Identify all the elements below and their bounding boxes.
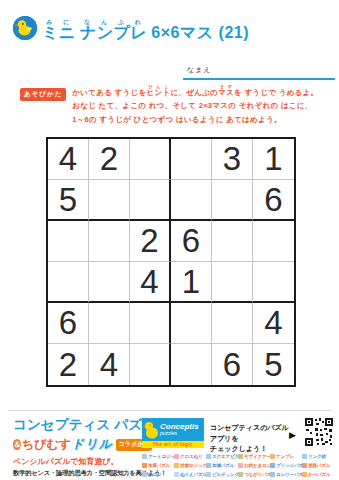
grid-cell-r3c4-given: 6: [171, 221, 212, 262]
name-field[interactable]: なまえ: [183, 58, 335, 80]
puzzle-type-item: クロスぬり: [174, 452, 206, 461]
howto-badge: あそびかた: [20, 88, 66, 101]
puzzle-type-label: スクエアピクト: [212, 454, 238, 459]
grid-cell-r4c4-given: 1: [171, 262, 212, 303]
puzzle-type-swatch: [302, 454, 307, 459]
grid-cell-r1c4-empty[interactable]: [171, 139, 212, 180]
chibimusu-bird-icon: [13, 16, 37, 40]
grid-cell-r5c4-empty[interactable]: [171, 303, 212, 344]
puzzle-type-item: かべパズル: [302, 470, 334, 479]
puzzle-type-item: ブリッジパズル: [270, 461, 302, 470]
puzzle-type-label: 加減パズル: [212, 463, 234, 468]
puzzle-type-swatch: [270, 463, 275, 468]
puzzle-type-swatch: [206, 463, 211, 468]
puzzle-type-swatch: [270, 472, 275, 477]
brand-conceptis-puzzle: コンセプティス パズル: [13, 416, 141, 434]
puzzle-type-swatch: [238, 454, 243, 459]
puzzle-type-item: スクエアピクト: [206, 452, 238, 461]
puzzle-type-swatch: [206, 472, 211, 477]
puzzle-type-label: ぬりえパズル: [180, 472, 206, 477]
name-label: なまえ: [183, 66, 212, 73]
grid-cell-r5c1-given: 6: [48, 303, 89, 344]
title-mini-furigana: みに: [42, 19, 76, 25]
puzzle-type-label: 迷路パズル: [308, 463, 330, 468]
grid-cell-r1c3-empty[interactable]: [130, 139, 171, 180]
arrow-right-icon: ▶: [289, 430, 296, 440]
app-promo-line1: コンセプティスのパズルアプリを: [210, 423, 295, 444]
grid-cell-r4c6-empty[interactable]: [253, 262, 294, 303]
grid-cell-r5c5-empty[interactable]: [212, 303, 253, 344]
grid-cell-r3c2-empty[interactable]: [89, 221, 130, 262]
app-promo-text: コンセプティスのパズルアプリを チェックしよう！: [210, 423, 295, 455]
conceptis-logo: Conceptis puzzles The art of logic: [142, 418, 204, 448]
puzzle-type-item: つながりパズル: [238, 470, 270, 479]
puzzle-type-label: 加算パズル: [148, 463, 170, 468]
grid-cell-r2c2-empty[interactable]: [89, 180, 130, 221]
grid-cell-r1c5-given: 3: [212, 139, 253, 180]
puzzle-type-label: 対称ロジック: [180, 463, 206, 468]
puzzle-type-item: リンク絵: [302, 452, 334, 461]
puzzle-type-swatch: [238, 472, 243, 477]
puzzle-type-label: クロスぬり: [180, 454, 203, 459]
grid-cell-r4c3-given: 4: [130, 262, 171, 303]
grid-cell-r2c6-given: 6: [253, 180, 294, 221]
grid-cell-r5c2-empty[interactable]: [89, 303, 130, 344]
grid-cell-r6c3-empty[interactable]: [130, 344, 171, 385]
puzzle-type-item: お絵かきロジック: [238, 461, 270, 470]
grid-cell-r6c1-given: 2: [48, 344, 89, 385]
howto-block: あそびかた かいてある すうじを ヒントひんとに、ぜんぶの マスますを すうじで…: [20, 84, 325, 125]
puzzle-type-label: アートロジック: [148, 454, 174, 459]
howto-line1-pre: かいてある すうじを: [72, 88, 146, 98]
puzzle-type-swatch: [302, 463, 307, 468]
grid-cell-r3c3-given: 2: [130, 221, 171, 262]
puzzle-type-item: 加算パズル: [142, 461, 174, 470]
grid-cell-r4c1-empty[interactable]: [48, 262, 89, 303]
grid-cell-r1c2-given: 2: [89, 139, 130, 180]
howto-line-1: かいてある すうじを ヒントひんとに、ぜんぶの マスますを すうじで うめるよ。: [72, 84, 318, 98]
puzzle-type-swatch: [174, 454, 179, 459]
grid-cell-r5c6-given: 4: [253, 303, 294, 344]
puzzle-type-label: ナンプレ: [276, 454, 294, 459]
footer-brand-block: コンセプティス パズル ＆ ちびむす ドリル コラボ企画 ペンシルパズルで知育遊…: [13, 416, 141, 478]
puzzle-type-label: つながりパズル: [244, 472, 270, 477]
brand-drill: ドリル: [71, 436, 112, 453]
page-header: ミニみに ナンプレなんぷれ 6×6マス (21): [13, 16, 249, 41]
footer-tagline: ペンシルパズルで知育遊び。: [13, 456, 141, 467]
howto-line1-post: を すうじで うめるよ。: [234, 88, 318, 98]
puzzle-type-legend: アートロジッククロスぬりスクエアピクトモザイクアートナンプレリンク絵加算パズル対…: [142, 452, 336, 479]
puzzle-type-label: かべパズル: [308, 472, 331, 477]
title-nanpure-furigana: なんぷれ: [80, 19, 147, 25]
grid-cell-r5c3-empty[interactable]: [130, 303, 171, 344]
conceptis-logo-top: Conceptis puzzles: [142, 418, 204, 441]
puzzle-type-label: ビルディングパズル: [212, 472, 238, 477]
howto-line-2: おなじ たて、よこの れつ、そして 2×3マスの それぞれの はこに、: [72, 98, 318, 112]
grid-cell-r2c5-empty[interactable]: [212, 180, 253, 221]
puzzle-type-label: 絵ロジ: [148, 472, 161, 477]
sudoku-grid: 4231562641642465: [48, 139, 294, 385]
grid-cell-r2c1-given: 5: [48, 180, 89, 221]
howto-text: かいてある すうじを ヒントひんとに、ぜんぶの マスますを すうじで うめるよ。…: [72, 84, 318, 125]
conceptis-bird-icon: [142, 420, 160, 440]
grid-cell-r6c2-given: 4: [89, 344, 130, 385]
sudoku-board: 4231562641642465: [46, 137, 296, 387]
grid-cell-r4c2-empty[interactable]: [89, 262, 130, 303]
ampersand-badge: ＆: [13, 439, 21, 450]
grid-cell-r1c1-given: 4: [48, 139, 89, 180]
howto-masu-furigana: ます: [218, 84, 234, 89]
qr-code: [304, 417, 334, 447]
grid-cell-r3c5-empty[interactable]: [212, 221, 253, 262]
puzzle-type-item: ナンプレ: [270, 452, 302, 461]
title-mini: ミニ: [42, 24, 76, 41]
grid-cell-r3c1-empty[interactable]: [48, 221, 89, 262]
puzzle-type-item: 対称ロジック: [174, 461, 206, 470]
brand-chibimusu: ちびむす: [22, 436, 71, 453]
conceptis-logo-text: Conceptis puzzles: [160, 423, 199, 436]
puzzle-type-item: ビルディングパズル: [206, 470, 238, 479]
footer-subtagline: 数学的センス・論理的思考力・空間認知力を高めよう！: [13, 469, 141, 478]
puzzle-type-item: ぬりえパズル: [174, 470, 206, 479]
howto-hint-furigana: ひんと: [146, 84, 170, 89]
puzzle-type-swatch: [206, 454, 211, 459]
grid-cell-r6c5-given: 6: [212, 344, 253, 385]
grid-cell-r3c6-empty[interactable]: [253, 221, 294, 262]
puzzle-type-swatch: [270, 454, 275, 459]
brand-line-2: ＆ ちびむす ドリル コラボ企画: [13, 436, 141, 453]
conceptis-logo-sub: puzzles: [160, 431, 199, 436]
puzzle-type-label: お絵かきロジック: [244, 463, 270, 468]
grid-cell-r2c4-empty[interactable]: [171, 180, 212, 221]
puzzle-type-swatch: [142, 472, 147, 477]
title-size-number: 6×6マス (21): [151, 25, 249, 41]
puzzle-type-swatch: [302, 472, 307, 477]
howto-line-3: 1～6の すうじが ひとつずつ はいるように あてはめよう。: [72, 111, 318, 125]
puzzle-type-swatch: [142, 463, 147, 468]
grid-cell-r6c4-empty[interactable]: [171, 344, 212, 385]
footer-divider: [8, 410, 331, 411]
grid-cell-r2c3-empty[interactable]: [130, 180, 171, 221]
puzzle-type-item: 迷路パズル: [302, 461, 334, 470]
howto-line1-mid: に、ぜんぶの: [170, 88, 218, 98]
title-nanpure: ナンプレ: [80, 24, 148, 41]
puzzle-type-swatch: [174, 472, 179, 477]
puzzle-type-swatch: [174, 463, 179, 468]
grid-cell-r4c5-empty[interactable]: [212, 262, 253, 303]
page-title: ミニみに ナンプレなんぷれ 6×6マス (21): [42, 19, 249, 41]
grid-cell-r6c6-given: 5: [253, 344, 294, 385]
puzzle-type-item: ロンリーパズル: [270, 470, 302, 479]
puzzle-type-swatch: [238, 463, 243, 468]
puzzle-type-label: ロンリーパズル: [276, 472, 302, 477]
puzzle-type-item: 加減パズル: [206, 461, 238, 470]
puzzle-type-label: ブリッジパズル: [276, 463, 302, 468]
puzzle-type-item: アートロジック: [142, 452, 174, 461]
grid-cell-r1c6-given: 1: [253, 139, 294, 180]
puzzle-type-item: 絵ロジ: [142, 470, 174, 479]
puzzle-type-label: リンク絵: [308, 454, 326, 459]
puzzle-type-label: モザイクアート: [244, 454, 270, 459]
puzzle-type-swatch: [142, 454, 147, 459]
conceptis-logo-strapline: The art of logic: [142, 441, 204, 448]
puzzle-type-item: モザイクアート: [238, 452, 270, 461]
